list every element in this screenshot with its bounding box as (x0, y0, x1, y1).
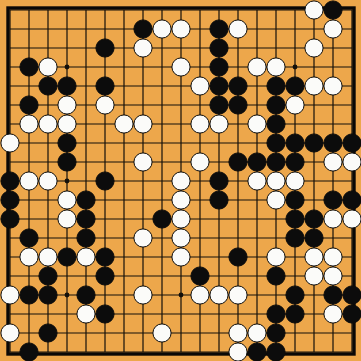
stone-white[interactable] (229, 20, 247, 38)
stone-black[interactable] (267, 324, 285, 342)
stone-white[interactable] (324, 153, 342, 171)
stone-black[interactable] (20, 286, 38, 304)
stone-black[interactable] (39, 324, 57, 342)
stone-black[interactable] (58, 153, 76, 171)
stone-white[interactable] (20, 172, 38, 190)
stone-white[interactable] (286, 172, 304, 190)
stone-white[interactable] (343, 210, 361, 228)
stone-white[interactable] (267, 172, 285, 190)
stone-white[interactable] (58, 210, 76, 228)
stone-white[interactable] (324, 77, 342, 95)
stone-white[interactable] (115, 115, 133, 133)
stone-black[interactable] (286, 286, 304, 304)
stone-black[interactable] (267, 134, 285, 152)
stone-white[interactable] (58, 191, 76, 209)
stone-black[interactable] (286, 153, 304, 171)
stone-white[interactable] (134, 229, 152, 247)
stone-white[interactable] (96, 96, 114, 114)
stone-white[interactable] (1, 286, 19, 304)
stone-white[interactable] (77, 305, 95, 323)
stone-black[interactable] (210, 191, 228, 209)
stone-white[interactable] (191, 115, 209, 133)
stone-white[interactable] (343, 153, 361, 171)
stone-white[interactable] (229, 286, 247, 304)
stone-white[interactable] (172, 20, 190, 38)
stone-white[interactable] (324, 210, 342, 228)
stone-black[interactable] (343, 134, 361, 152)
stone-black[interactable] (305, 210, 323, 228)
stone-white[interactable] (134, 286, 152, 304)
stone-black[interactable] (267, 115, 285, 133)
stone-black[interactable] (20, 229, 38, 247)
stone-black[interactable] (210, 77, 228, 95)
stone-white[interactable] (248, 58, 266, 76)
stone-black[interactable] (210, 96, 228, 114)
stone-white[interactable] (324, 267, 342, 285)
stone-black[interactable] (305, 229, 323, 247)
goban (0, 0, 361, 361)
stone-white[interactable] (153, 20, 171, 38)
stone-black[interactable] (39, 286, 57, 304)
stone-black[interactable] (39, 267, 57, 285)
stone-white[interactable] (172, 229, 190, 247)
stone-black[interactable] (324, 286, 342, 304)
stone-white[interactable] (77, 248, 95, 266)
stone-white[interactable] (305, 1, 323, 19)
stone-black[interactable] (267, 153, 285, 171)
stone-white[interactable] (305, 248, 323, 266)
stone-white[interactable] (39, 58, 57, 76)
stone-white[interactable] (324, 248, 342, 266)
stone-black[interactable] (229, 77, 247, 95)
stone-black[interactable] (324, 191, 342, 209)
stone-black[interactable] (1, 191, 19, 209)
stone-white[interactable] (172, 58, 190, 76)
stone-black[interactable] (286, 210, 304, 228)
goban-svg (0, 0, 361, 361)
stone-white[interactable] (191, 77, 209, 95)
stone-black[interactable] (1, 210, 19, 228)
stone-white[interactable] (210, 286, 228, 304)
stone-white[interactable] (20, 248, 38, 266)
stone-white[interactable] (248, 324, 266, 342)
stone-black[interactable] (286, 134, 304, 152)
stone-white[interactable] (229, 343, 247, 361)
stone-white[interactable] (210, 115, 228, 133)
stone-black[interactable] (77, 286, 95, 304)
go-board-screenshot (0, 0, 361, 361)
stone-black[interactable] (58, 248, 76, 266)
stone-black[interactable] (343, 286, 361, 304)
star-point (293, 65, 298, 70)
stone-black[interactable] (210, 58, 228, 76)
stone-white[interactable] (248, 172, 266, 190)
stone-white[interactable] (39, 248, 57, 266)
stone-black[interactable] (77, 229, 95, 247)
stone-black[interactable] (39, 77, 57, 95)
stone-black[interactable] (267, 96, 285, 114)
stone-black[interactable] (20, 343, 38, 361)
stone-black[interactable] (248, 153, 266, 171)
star-point (65, 293, 70, 298)
stone-white[interactable] (58, 115, 76, 133)
stone-black[interactable] (77, 210, 95, 228)
stone-black[interactable] (96, 77, 114, 95)
stone-white[interactable] (134, 153, 152, 171)
stone-white[interactable] (134, 39, 152, 57)
stone-white[interactable] (305, 267, 323, 285)
stone-white[interactable] (305, 39, 323, 57)
stone-black[interactable] (1, 172, 19, 190)
stone-white[interactable] (1, 324, 19, 342)
stone-black[interactable] (96, 267, 114, 285)
stone-black[interactable] (229, 96, 247, 114)
stone-white[interactable] (191, 286, 209, 304)
stone-white[interactable] (172, 210, 190, 228)
stone-black[interactable] (96, 248, 114, 266)
stone-white[interactable] (172, 248, 190, 266)
stone-black[interactable] (210, 39, 228, 57)
stone-white[interactable] (191, 153, 209, 171)
stone-black[interactable] (153, 210, 171, 228)
stone-white[interactable] (39, 115, 57, 133)
stone-black[interactable] (210, 20, 228, 38)
stone-black[interactable] (58, 134, 76, 152)
stone-black[interactable] (286, 191, 304, 209)
stone-white[interactable] (58, 96, 76, 114)
stone-black[interactable] (77, 191, 95, 209)
stone-white[interactable] (20, 115, 38, 133)
stone-black[interactable] (286, 77, 304, 95)
stone-black[interactable] (286, 229, 304, 247)
stone-black[interactable] (229, 248, 247, 266)
star-point (65, 65, 70, 70)
stone-white[interactable] (172, 191, 190, 209)
stone-black[interactable] (267, 305, 285, 323)
star-point (179, 293, 184, 298)
stone-white[interactable] (267, 191, 285, 209)
stone-black[interactable] (20, 58, 38, 76)
stone-white[interactable] (134, 115, 152, 133)
stone-white[interactable] (248, 115, 266, 133)
stone-white[interactable] (153, 324, 171, 342)
stone-black[interactable] (96, 305, 114, 323)
stone-black[interactable] (248, 343, 266, 361)
stone-black[interactable] (267, 77, 285, 95)
stone-black[interactable] (286, 305, 304, 323)
stone-white[interactable] (324, 20, 342, 38)
stone-black[interactable] (96, 172, 114, 190)
star-point (65, 179, 70, 184)
stone-black[interactable] (210, 172, 228, 190)
stone-black[interactable] (134, 20, 152, 38)
stone-black[interactable] (191, 267, 209, 285)
stone-white[interactable] (305, 77, 323, 95)
stone-black[interactable] (58, 77, 76, 95)
stone-white[interactable] (267, 58, 285, 76)
stone-white[interactable] (324, 305, 342, 323)
stone-white[interactable] (229, 324, 247, 342)
stone-black[interactable] (324, 134, 342, 152)
stone-black[interactable] (267, 343, 285, 361)
stone-black[interactable] (20, 96, 38, 114)
stone-white[interactable] (1, 134, 19, 152)
stone-white[interactable] (172, 172, 190, 190)
stone-black[interactable] (343, 305, 361, 323)
stone-black[interactable] (305, 134, 323, 152)
stone-white[interactable] (286, 96, 304, 114)
stone-white[interactable] (267, 248, 285, 266)
stone-black[interactable] (324, 1, 342, 19)
stone-black[interactable] (343, 191, 361, 209)
stone-black[interactable] (96, 39, 114, 57)
stone-black[interactable] (267, 267, 285, 285)
stone-white[interactable] (39, 172, 57, 190)
stone-black[interactable] (229, 153, 247, 171)
